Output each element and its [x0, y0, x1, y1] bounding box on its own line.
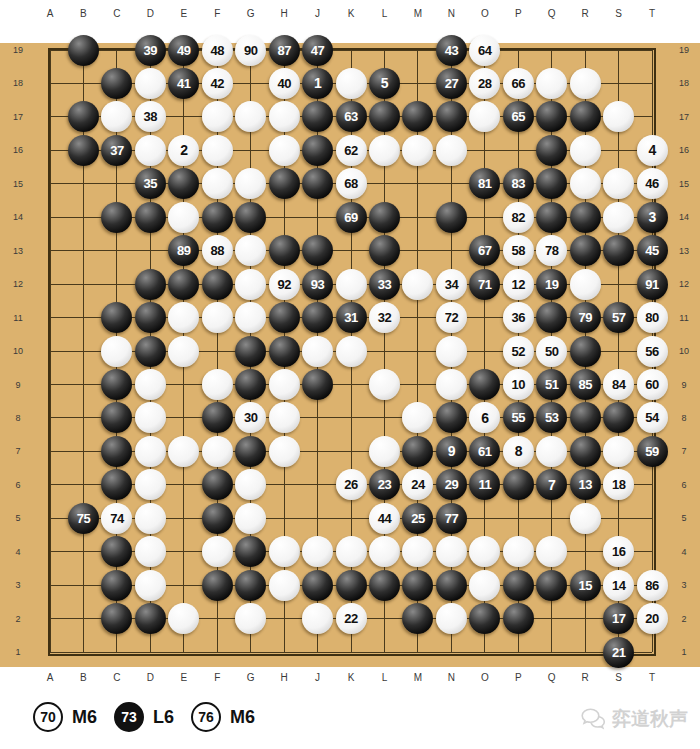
stone-white-F15	[202, 168, 233, 199]
stone-white-R18	[570, 68, 601, 99]
stone-black-H11	[269, 302, 300, 333]
stone-white-F11	[202, 302, 233, 333]
stone-white-P13: 58	[503, 235, 534, 266]
stone-black-G10	[235, 336, 266, 367]
stone-black-G3	[235, 570, 266, 601]
coord-right-16: 16	[674, 145, 694, 155]
coord-right-11: 11	[674, 313, 694, 323]
coord-right-8: 8	[674, 413, 694, 423]
coord-bottom-L: L	[376, 672, 394, 683]
coord-left-19: 19	[8, 45, 28, 55]
stone-white-P4	[503, 536, 534, 567]
coord-left-16: 16	[8, 145, 28, 155]
stone-black-D10	[135, 336, 166, 367]
coord-top-L: L	[376, 8, 394, 19]
move-caption: 70 M6 73 L6 76 M6	[33, 702, 263, 732]
stone-black-G9	[235, 369, 266, 400]
stone-white-Q10: 50	[536, 336, 567, 367]
coord-bottom-A: A	[41, 672, 59, 683]
stone-black-L13	[369, 235, 400, 266]
coord-top-N: N	[442, 8, 460, 19]
stone-white-N4	[436, 536, 467, 567]
stone-white-K10	[336, 336, 367, 367]
stone-black-T14: 3	[637, 202, 668, 233]
coord-bottom-M: M	[409, 672, 427, 683]
stone-white-K2: 22	[336, 603, 367, 634]
stone-white-F16	[202, 135, 233, 166]
stone-white-P12: 12	[503, 269, 534, 300]
coord-left-5: 5	[8, 513, 28, 523]
stone-black-F14	[202, 202, 233, 233]
coord-top-C: C	[108, 8, 126, 19]
stone-white-Q18	[536, 68, 567, 99]
stone-black-D19: 39	[135, 35, 166, 66]
go-board[interactable]: AABBCCDDEEFFGGHHJJKKLLMMNNOOPPQQRRSSTT19…	[0, 0, 700, 749]
stone-black-R3: 15	[570, 570, 601, 601]
coord-left-6: 6	[8, 480, 28, 490]
coord-bottom-C: C	[108, 672, 126, 683]
stone-black-O12: 71	[469, 269, 500, 300]
stone-black-C14	[101, 202, 132, 233]
stone-black-L14	[369, 202, 400, 233]
coord-left-13: 13	[8, 246, 28, 256]
stone-white-R16	[570, 135, 601, 166]
coord-left-18: 18	[8, 78, 28, 88]
coord-top-S: S	[610, 8, 628, 19]
stone-white-P10: 52	[503, 336, 534, 367]
stone-white-D9	[135, 369, 166, 400]
stone-black-P17: 65	[503, 101, 534, 132]
stone-white-C5: 74	[101, 503, 132, 534]
stone-black-N18: 27	[436, 68, 467, 99]
stone-black-K3	[336, 570, 367, 601]
stone-black-P15: 83	[503, 168, 534, 199]
coord-right-13: 13	[674, 246, 694, 256]
stone-white-M12	[402, 269, 433, 300]
stone-black-L18: 5	[369, 68, 400, 99]
stone-black-H13	[269, 235, 300, 266]
stone-black-T13: 45	[637, 235, 668, 266]
stone-black-J3	[302, 570, 333, 601]
stone-white-T16: 4	[637, 135, 668, 166]
stone-white-P18: 66	[503, 68, 534, 99]
coord-left-17: 17	[8, 112, 28, 122]
stone-white-O3	[469, 570, 500, 601]
coord-top-R: R	[576, 8, 594, 19]
stone-white-E14	[168, 202, 199, 233]
stone-black-R8	[570, 402, 601, 433]
coord-top-F: F	[208, 8, 226, 19]
stone-white-N2	[436, 603, 467, 634]
stone-black-F6	[202, 469, 233, 500]
stone-black-F12	[202, 269, 233, 300]
stone-black-H10	[269, 336, 300, 367]
coord-right-18: 18	[674, 78, 694, 88]
stone-white-P7: 8	[503, 436, 534, 467]
stone-black-G7	[235, 436, 266, 467]
stone-white-K12	[336, 269, 367, 300]
stone-white-F19: 48	[202, 35, 233, 66]
coord-left-14: 14	[8, 212, 28, 222]
stone-white-K18	[336, 68, 367, 99]
coord-bottom-D: D	[141, 672, 159, 683]
stone-white-D18	[135, 68, 166, 99]
stone-white-H7	[269, 436, 300, 467]
stone-black-Q3	[536, 570, 567, 601]
stone-black-N5: 77	[436, 503, 467, 534]
watermark: 弈道秋声	[580, 706, 688, 732]
stone-white-E16: 2	[168, 135, 199, 166]
coord-bottom-P: P	[509, 672, 527, 683]
stone-black-K14: 69	[336, 202, 367, 233]
stone-black-J19: 47	[302, 35, 333, 66]
stone-white-S9: 84	[603, 369, 634, 400]
stone-white-L16	[369, 135, 400, 166]
coord-top-E: E	[175, 8, 193, 19]
stone-white-R5	[570, 503, 601, 534]
stone-white-S7	[603, 436, 634, 467]
stone-black-Q12: 19	[536, 269, 567, 300]
stone-white-E10	[168, 336, 199, 367]
stone-white-D4	[135, 536, 166, 567]
coord-bottom-R: R	[576, 672, 594, 683]
coord-bottom-H: H	[275, 672, 293, 683]
coord-right-5: 5	[674, 513, 694, 523]
stone-white-P9: 10	[503, 369, 534, 400]
stone-white-D6	[135, 469, 166, 500]
stone-white-F17	[202, 101, 233, 132]
stone-white-G5	[235, 503, 266, 534]
stone-black-Q16	[536, 135, 567, 166]
stone-white-H18: 40	[269, 68, 300, 99]
stone-black-N19: 43	[436, 35, 467, 66]
stone-white-T11: 80	[637, 302, 668, 333]
caption-point-70: M6	[72, 707, 97, 728]
stone-white-N11: 72	[436, 302, 467, 333]
stone-white-F4	[202, 536, 233, 567]
stone-black-D12	[135, 269, 166, 300]
stone-white-T15: 46	[637, 168, 668, 199]
caption-stone-black-73: 73	[114, 702, 144, 732]
coord-right-2: 2	[674, 614, 694, 624]
stone-black-N7: 9	[436, 436, 467, 467]
coord-top-P: P	[509, 8, 527, 19]
stone-black-F5	[202, 503, 233, 534]
stone-white-F9	[202, 369, 233, 400]
stone-black-J12: 93	[302, 269, 333, 300]
coord-top-G: G	[242, 8, 260, 19]
stone-black-S1: 21	[603, 637, 634, 668]
coord-bottom-F: F	[208, 672, 226, 683]
coord-right-17: 17	[674, 112, 694, 122]
stone-black-R11: 79	[570, 302, 601, 333]
coord-bottom-G: G	[242, 672, 260, 683]
stone-black-F8	[202, 402, 233, 433]
stone-white-L11: 32	[369, 302, 400, 333]
coord-bottom-J: J	[309, 672, 327, 683]
stone-white-N10	[436, 336, 467, 367]
coord-right-10: 10	[674, 346, 694, 356]
coord-left-7: 7	[8, 446, 28, 456]
stone-white-N16	[436, 135, 467, 166]
stone-black-H19: 87	[269, 35, 300, 66]
coord-left-15: 15	[8, 179, 28, 189]
stone-white-J10	[302, 336, 333, 367]
stone-black-J18: 1	[302, 68, 333, 99]
stone-black-D15: 35	[135, 168, 166, 199]
coord-right-7: 7	[674, 446, 694, 456]
caption-stone-white-70: 70	[33, 702, 63, 732]
coord-left-10: 10	[8, 346, 28, 356]
coord-right-14: 14	[674, 212, 694, 222]
stone-black-P6	[503, 469, 534, 500]
coord-left-12: 12	[8, 279, 28, 289]
stone-black-K17: 63	[336, 101, 367, 132]
stone-black-M3	[402, 570, 433, 601]
stone-black-K11: 31	[336, 302, 367, 333]
coord-right-15: 15	[674, 179, 694, 189]
stone-black-P2	[503, 603, 534, 634]
stone-white-E7	[168, 436, 199, 467]
stone-black-C3	[101, 570, 132, 601]
stone-black-E12	[168, 269, 199, 300]
stone-black-R13	[570, 235, 601, 266]
stone-black-T12: 91	[637, 269, 668, 300]
coord-top-O: O	[476, 8, 494, 19]
stone-white-S3: 14	[603, 570, 634, 601]
stone-black-R6: 13	[570, 469, 601, 500]
stone-white-T10: 56	[637, 336, 668, 367]
coord-top-D: D	[141, 8, 159, 19]
stone-white-P11: 36	[503, 302, 534, 333]
stone-white-N12: 34	[436, 269, 467, 300]
stone-white-T3: 86	[637, 570, 668, 601]
stone-white-H12: 92	[269, 269, 300, 300]
coord-bottom-B: B	[74, 672, 92, 683]
stone-white-H17	[269, 101, 300, 132]
stone-black-D14	[135, 202, 166, 233]
caption-stone-white-76: 76	[191, 702, 221, 732]
stone-white-T9: 60	[637, 369, 668, 400]
coord-top-K: K	[342, 8, 360, 19]
coord-right-9: 9	[674, 380, 694, 390]
caption-point-73: L6	[153, 707, 174, 728]
stone-white-D7	[135, 436, 166, 467]
stone-black-R10	[570, 336, 601, 367]
stone-white-C10	[101, 336, 132, 367]
stone-black-Q14	[536, 202, 567, 233]
stone-white-O19: 64	[469, 35, 500, 66]
stone-white-F18: 42	[202, 68, 233, 99]
stone-white-R12	[570, 269, 601, 300]
watermark-text: 弈道秋声	[612, 706, 688, 732]
stone-white-K16: 62	[336, 135, 367, 166]
stone-white-S14	[603, 202, 634, 233]
coord-bottom-Q: Q	[543, 672, 561, 683]
stone-black-D2	[135, 603, 166, 634]
stone-black-F3	[202, 570, 233, 601]
stone-black-B16	[68, 135, 99, 166]
stone-white-H3	[269, 570, 300, 601]
stone-white-H8	[269, 402, 300, 433]
stone-black-R9: 85	[570, 369, 601, 400]
coord-top-B: B	[74, 8, 92, 19]
coord-left-8: 8	[8, 413, 28, 423]
stone-white-K6: 26	[336, 469, 367, 500]
coord-top-J: J	[309, 8, 327, 19]
coord-top-M: M	[409, 8, 427, 19]
stone-white-R15	[570, 168, 601, 199]
stone-black-N3	[436, 570, 467, 601]
stone-black-E19: 49	[168, 35, 199, 66]
stone-black-R17	[570, 101, 601, 132]
stone-white-N9	[436, 369, 467, 400]
coord-bottom-E: E	[175, 672, 193, 683]
stone-white-F7	[202, 436, 233, 467]
coord-right-1: 1	[674, 647, 694, 657]
stone-black-H15	[269, 168, 300, 199]
coord-right-19: 19	[674, 45, 694, 55]
stone-white-L9	[369, 369, 400, 400]
stone-white-D16	[135, 135, 166, 166]
stone-black-R7	[570, 436, 601, 467]
stone-white-H4	[269, 536, 300, 567]
stone-black-J9	[302, 369, 333, 400]
stone-white-D3	[135, 570, 166, 601]
stone-white-H16	[269, 135, 300, 166]
coord-bottom-K: K	[342, 672, 360, 683]
wechat-icon	[580, 708, 606, 730]
coord-left-11: 11	[8, 313, 28, 323]
stone-black-D11	[135, 302, 166, 333]
stone-white-H9	[269, 369, 300, 400]
coord-top-H: H	[275, 8, 293, 19]
coord-left-1: 1	[8, 647, 28, 657]
stone-white-D5	[135, 503, 166, 534]
caption-point-76: M6	[230, 707, 255, 728]
stone-white-K4	[336, 536, 367, 567]
coord-bottom-S: S	[610, 672, 628, 683]
stone-white-L7	[369, 436, 400, 467]
stone-white-L5: 44	[369, 503, 400, 534]
coord-right-4: 4	[674, 547, 694, 557]
stone-black-G14	[235, 202, 266, 233]
coord-right-3: 3	[674, 580, 694, 590]
stone-white-Q7	[536, 436, 567, 467]
coord-right-6: 6	[674, 480, 694, 490]
coord-bottom-T: T	[643, 672, 661, 683]
stone-black-J11	[302, 302, 333, 333]
coord-left-9: 9	[8, 380, 28, 390]
stone-black-L3	[369, 570, 400, 601]
coord-bottom-N: N	[442, 672, 460, 683]
stone-black-P3	[503, 570, 534, 601]
stone-white-G12	[235, 269, 266, 300]
stone-white-F13: 88	[202, 235, 233, 266]
stone-white-K15: 68	[336, 168, 367, 199]
coord-top-Q: Q	[543, 8, 561, 19]
stone-white-G19: 90	[235, 35, 266, 66]
coord-right-12: 12	[674, 279, 694, 289]
coord-left-3: 3	[8, 580, 28, 590]
coord-left-2: 2	[8, 614, 28, 624]
stone-black-N14	[436, 202, 467, 233]
stone-black-J16	[302, 135, 333, 166]
coord-left-4: 4	[8, 547, 28, 557]
stone-black-B19	[68, 35, 99, 66]
coord-top-T: T	[643, 8, 661, 19]
coord-bottom-O: O	[476, 672, 494, 683]
coord-top-A: A	[41, 8, 59, 19]
stone-black-L12: 33	[369, 269, 400, 300]
stone-black-B5: 75	[68, 503, 99, 534]
stone-white-P14: 82	[503, 202, 534, 233]
stone-black-T7: 59	[637, 436, 668, 467]
stone-white-T8: 54	[637, 402, 668, 433]
stone-white-T2: 20	[637, 603, 668, 634]
stone-black-R14	[570, 202, 601, 233]
